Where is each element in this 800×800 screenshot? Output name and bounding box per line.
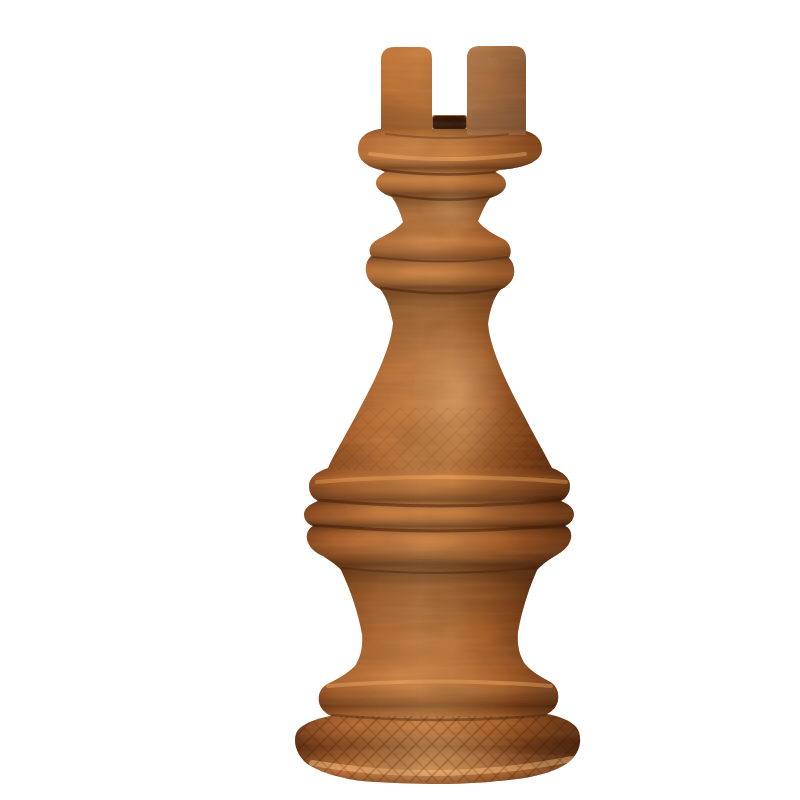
chess-piece-illustration: Antique hand-turned wooden chess piece w… — [40, 16, 800, 800]
chess-piece-photo: Antique hand-turned wooden chess piece w… — [40, 16, 800, 800]
bell-crosshatch — [326, 408, 554, 470]
foot-crosshatch — [294, 716, 584, 782]
